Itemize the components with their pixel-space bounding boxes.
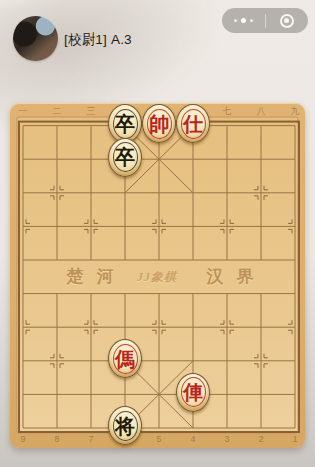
avatar bbox=[13, 16, 58, 61]
piece-glyph: 将 bbox=[115, 416, 135, 436]
circle-target-icon bbox=[280, 14, 294, 28]
piece-glyph: 卒 bbox=[115, 114, 135, 134]
exit-button[interactable] bbox=[266, 8, 309, 33]
xiangqi-board[interactable]: 一二三四五六七八九 987654321 楚河 JJ象棋 汉界 卒帥仕卒傌俥将 bbox=[10, 103, 305, 448]
three-dots-icon bbox=[234, 18, 254, 24]
wechat-capsule bbox=[222, 8, 308, 33]
pieces-layer: 卒帥仕卒傌俥将 bbox=[6, 109, 312, 445]
app-screen: [校尉1] A.3 一二三四五六七八九 987654321 楚河 JJ象 bbox=[0, 0, 315, 467]
board-point: 俥 bbox=[176, 378, 210, 412]
piece-black-general[interactable]: 将 bbox=[108, 406, 142, 445]
piece-red-advisor[interactable]: 仕 bbox=[176, 104, 210, 143]
piece-red-general[interactable]: 帥 bbox=[142, 104, 176, 143]
piece-black-soldier[interactable]: 卒 bbox=[108, 138, 142, 177]
piece-glyph: 傌 bbox=[115, 349, 135, 369]
piece-red-chariot[interactable]: 俥 bbox=[176, 373, 210, 412]
board-point: 卒 bbox=[108, 142, 142, 176]
piece-glyph: 卒 bbox=[115, 147, 135, 167]
board-point: 帥 bbox=[142, 109, 176, 143]
piece-glyph: 仕 bbox=[183, 114, 203, 134]
more-button[interactable] bbox=[222, 8, 265, 33]
piece-glyph: 帥 bbox=[149, 114, 169, 134]
board-point: 将 bbox=[108, 411, 142, 445]
player-title: [校尉1] A.3 bbox=[64, 31, 132, 49]
piece-red-horse[interactable]: 傌 bbox=[108, 339, 142, 378]
piece-glyph: 俥 bbox=[183, 382, 203, 402]
board-point: 傌 bbox=[108, 344, 142, 378]
board-point: 仕 bbox=[176, 109, 210, 143]
